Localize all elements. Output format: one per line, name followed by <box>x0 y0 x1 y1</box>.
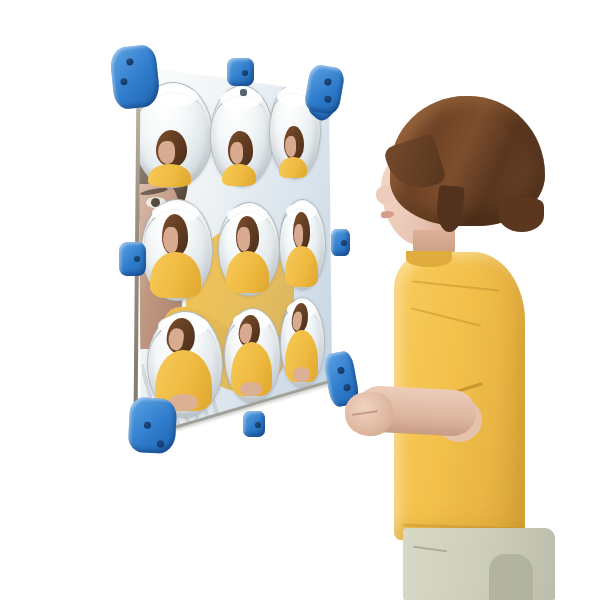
child-hair-nape <box>498 198 544 232</box>
child <box>0 0 600 600</box>
child-shirt-collar <box>406 251 452 267</box>
shorts-leg-shadow <box>489 554 533 600</box>
product-photo <box>0 0 600 600</box>
